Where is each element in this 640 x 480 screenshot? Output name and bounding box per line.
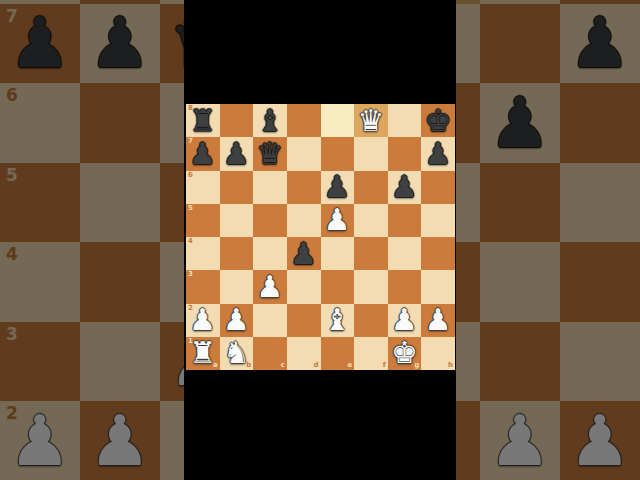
square-e3 [321, 270, 355, 303]
file-label-b: b [246, 362, 251, 369]
square-h2: ♟ [421, 304, 455, 337]
square-g1: ♚g [388, 337, 422, 370]
file-label-e: e [347, 362, 352, 369]
square-d8 [287, 104, 321, 137]
square-b7: ♟ [220, 137, 254, 170]
black-pawn: ♟ [223, 139, 250, 169]
black-queen: ♛ [257, 139, 284, 169]
square-f4 [354, 237, 388, 270]
square-f8: ♛ [354, 104, 388, 137]
square-f1: f [354, 337, 388, 370]
square-b5 [220, 204, 254, 237]
white-queen: ♛ [357, 106, 384, 136]
square-g2: ♟ [388, 304, 422, 337]
white-pawn: ♟ [425, 305, 452, 335]
square-d7 [287, 137, 321, 170]
rank-label-4: 4 [188, 238, 193, 245]
black-pawn: ♟ [324, 172, 351, 202]
square-d4: ♟ [287, 237, 321, 270]
square-b6 [220, 171, 254, 204]
rank-label-1: 1 [188, 338, 193, 345]
square-g5 [388, 204, 422, 237]
rank-label-6: 6 [188, 172, 193, 179]
square-h6 [421, 171, 455, 204]
square-c7: ♛ [253, 137, 287, 170]
square-d1: d [287, 337, 321, 370]
square-g4 [388, 237, 422, 270]
square-f6 [354, 171, 388, 204]
black-king: ♚ [425, 106, 452, 136]
black-pawn: ♟ [391, 172, 418, 202]
square-c2 [253, 304, 287, 337]
square-c4 [253, 237, 287, 270]
square-b1: ♞b [220, 337, 254, 370]
file-label-d: d [313, 362, 318, 369]
square-h4 [421, 237, 455, 270]
rank-label-5: 5 [188, 205, 193, 212]
square-d6 [287, 171, 321, 204]
square-d5 [287, 204, 321, 237]
square-a8: ♜8 [186, 104, 220, 137]
square-g3 [388, 270, 422, 303]
square-a1: ♜1a [186, 337, 220, 370]
rank-label-8: 8 [188, 105, 193, 112]
square-a3: 3 [186, 270, 220, 303]
file-label-c: c [281, 362, 285, 369]
white-bishop: ♝ [324, 305, 351, 335]
square-h1: h [421, 337, 455, 370]
rank-label-2: 2 [188, 305, 193, 312]
square-h8: ♚ [421, 104, 455, 137]
square-e1: e [321, 337, 355, 370]
black-pawn: ♟ [290, 239, 317, 269]
square-e8 [321, 104, 355, 137]
video-frame: ♜8♝♛♚♟7♟♛♟6♟♟5♟4♟3♟♟2♟♝♟♟♜1a♞bcdef♚gh ♜8… [0, 0, 640, 480]
square-d2 [287, 304, 321, 337]
square-a4: 4 [186, 237, 220, 270]
square-c3: ♟ [253, 270, 287, 303]
white-pawn: ♟ [189, 305, 216, 335]
square-h3 [421, 270, 455, 303]
square-c5 [253, 204, 287, 237]
square-b2: ♟ [220, 304, 254, 337]
file-label-h: h [448, 362, 453, 369]
square-g6: ♟ [388, 171, 422, 204]
square-e2: ♝ [321, 304, 355, 337]
square-h5 [421, 204, 455, 237]
square-a5: 5 [186, 204, 220, 237]
black-pawn: ♟ [189, 139, 216, 169]
black-bishop: ♝ [257, 106, 284, 136]
square-d3 [287, 270, 321, 303]
square-c6 [253, 171, 287, 204]
black-rook: ♜ [189, 106, 216, 136]
square-f5 [354, 204, 388, 237]
rank-label-3: 3 [188, 271, 193, 278]
white-pawn: ♟ [391, 305, 418, 335]
square-e4 [321, 237, 355, 270]
square-f2 [354, 304, 388, 337]
square-f7 [354, 137, 388, 170]
square-c1: c [253, 337, 287, 370]
file-label-g: g [414, 362, 419, 369]
square-f3 [354, 270, 388, 303]
square-c8: ♝ [253, 104, 287, 137]
square-a6: 6 [186, 171, 220, 204]
square-g7 [388, 137, 422, 170]
rank-label-7: 7 [188, 138, 193, 145]
square-a2: ♟2 [186, 304, 220, 337]
square-b3 [220, 270, 254, 303]
square-e5: ♟ [321, 204, 355, 237]
square-e6: ♟ [321, 171, 355, 204]
file-label-a: a [213, 362, 218, 369]
square-b8 [220, 104, 254, 137]
black-pawn: ♟ [425, 139, 452, 169]
white-pawn: ♟ [257, 272, 284, 302]
square-e7 [321, 137, 355, 170]
white-pawn: ♟ [223, 305, 250, 335]
white-pawn: ♟ [324, 205, 351, 235]
square-b4 [220, 237, 254, 270]
main-chess-board: ♜8♝♛♚♟7♟♛♟6♟♟5♟4♟3♟♟2♟♝♟♟♜1a♞bcdef♚gh [186, 104, 455, 370]
file-label-f: f [383, 362, 386, 369]
square-h7: ♟ [421, 137, 455, 170]
square-g8 [388, 104, 422, 137]
square-a7: ♟7 [186, 137, 220, 170]
